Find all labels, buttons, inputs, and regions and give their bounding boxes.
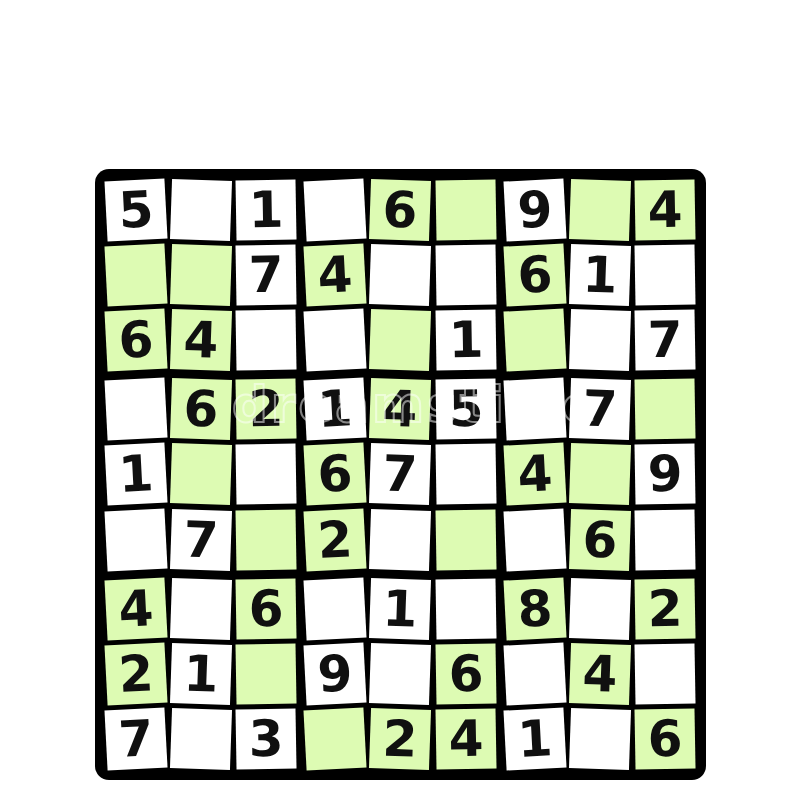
cell-r9c4[interactable] bbox=[304, 707, 367, 770]
cell-r7c6[interactable] bbox=[435, 578, 496, 639]
cell-r8c8[interactable]: 4 bbox=[569, 643, 631, 705]
cell-r6c7[interactable] bbox=[503, 508, 566, 571]
cell-r1c7[interactable]: 9 bbox=[503, 178, 566, 241]
cell-r1c8[interactable] bbox=[569, 179, 631, 241]
cell-r7c2[interactable] bbox=[170, 578, 232, 640]
sudoku-board: 5176464194617621714567274964621731962482… bbox=[95, 169, 706, 780]
cell-r1c5[interactable]: 6 bbox=[369, 179, 431, 241]
cell-r2c9[interactable] bbox=[634, 245, 695, 306]
cell-r9c2[interactable] bbox=[170, 708, 232, 770]
cell-r9c3[interactable]: 3 bbox=[236, 708, 297, 769]
cell-r7c1[interactable]: 4 bbox=[104, 577, 167, 640]
cell-r1c6[interactable] bbox=[435, 179, 496, 240]
cell-r3c7[interactable] bbox=[503, 309, 566, 372]
cell-r4c4[interactable]: 1 bbox=[304, 378, 367, 441]
cell-r5c5[interactable]: 7 bbox=[369, 443, 431, 505]
cell-r5c8[interactable] bbox=[569, 443, 631, 505]
cell-r2c2[interactable] bbox=[170, 244, 232, 306]
cell-r9c8[interactable] bbox=[569, 708, 631, 770]
cell-r4c7[interactable] bbox=[503, 378, 566, 441]
cell-r9c5[interactable]: 2 bbox=[369, 708, 431, 770]
cell-r4c3[interactable]: 2 bbox=[236, 379, 297, 440]
cell-r9c9[interactable]: 6 bbox=[634, 708, 695, 769]
cell-r1c9[interactable]: 4 bbox=[634, 179, 695, 240]
cell-r5c3[interactable] bbox=[236, 444, 297, 505]
cell-r2c8[interactable]: 1 bbox=[569, 244, 631, 306]
cell-r1c4[interactable] bbox=[304, 178, 367, 241]
cell-r4c9[interactable] bbox=[634, 379, 695, 440]
cell-r7c8[interactable] bbox=[569, 578, 631, 640]
cell-r3c3[interactable] bbox=[236, 310, 297, 371]
cell-r2c3[interactable]: 7 bbox=[236, 245, 297, 306]
cell-r8c5[interactable] bbox=[369, 643, 431, 705]
page-canvas: 5176464194617621714567274964621731962482… bbox=[0, 0, 800, 800]
box-8: 19624 bbox=[305, 579, 495, 769]
cell-r5c1[interactable]: 1 bbox=[104, 443, 167, 506]
cell-r8c1[interactable]: 2 bbox=[104, 642, 167, 705]
box-6: 7496 bbox=[505, 379, 695, 569]
box-7: 462173 bbox=[106, 579, 296, 769]
cell-r4c5[interactable]: 4 bbox=[369, 378, 431, 440]
cell-r4c1[interactable] bbox=[104, 378, 167, 441]
cell-r3c4[interactable] bbox=[304, 309, 367, 372]
cell-r6c4[interactable]: 2 bbox=[304, 508, 367, 571]
box-2: 641 bbox=[305, 180, 495, 370]
cell-r8c4[interactable]: 9 bbox=[304, 642, 367, 705]
cell-r4c8[interactable]: 7 bbox=[569, 378, 631, 440]
cell-r3c6[interactable]: 1 bbox=[435, 310, 496, 371]
cell-r1c1[interactable]: 5 bbox=[104, 178, 167, 241]
cell-r6c8[interactable]: 6 bbox=[569, 509, 631, 571]
cell-r7c3[interactable]: 6 bbox=[236, 578, 297, 639]
cell-r3c8[interactable] bbox=[569, 309, 631, 371]
box-4: 6217 bbox=[106, 379, 296, 569]
cell-r5c6[interactable] bbox=[435, 444, 496, 505]
cell-r8c9[interactable] bbox=[634, 643, 695, 704]
box-1: 51764 bbox=[106, 180, 296, 370]
cell-r5c7[interactable]: 4 bbox=[503, 443, 566, 506]
cell-r5c9[interactable]: 9 bbox=[634, 444, 695, 505]
cell-r6c2[interactable]: 7 bbox=[170, 509, 232, 571]
cell-r6c3[interactable] bbox=[236, 509, 297, 570]
cell-r8c6[interactable]: 6 bbox=[435, 643, 496, 704]
cell-r4c6[interactable]: 5 bbox=[435, 379, 496, 440]
cell-r3c1[interactable]: 6 bbox=[104, 309, 167, 372]
cell-r2c7[interactable]: 6 bbox=[503, 244, 566, 307]
cell-r2c6[interactable] bbox=[435, 245, 496, 306]
cell-r5c4[interactable]: 6 bbox=[304, 443, 367, 506]
cell-r6c6[interactable] bbox=[435, 509, 496, 570]
cell-r7c5[interactable]: 1 bbox=[369, 578, 431, 640]
cell-r7c7[interactable]: 8 bbox=[503, 577, 566, 640]
cell-r9c7[interactable]: 1 bbox=[503, 707, 566, 770]
cell-r9c1[interactable]: 7 bbox=[104, 707, 167, 770]
cell-r7c4[interactable] bbox=[304, 577, 367, 640]
cell-r8c3[interactable] bbox=[236, 643, 297, 704]
cell-r3c9[interactable]: 7 bbox=[634, 310, 695, 371]
cell-r4c2[interactable]: 6 bbox=[170, 378, 232, 440]
cell-r1c3[interactable]: 1 bbox=[236, 179, 297, 240]
cell-r5c2[interactable] bbox=[170, 443, 232, 505]
cell-r9c6[interactable]: 4 bbox=[435, 708, 496, 769]
cell-r8c7[interactable] bbox=[503, 642, 566, 705]
cell-r2c1[interactable] bbox=[104, 244, 167, 307]
box-9: 82416 bbox=[505, 579, 695, 769]
cell-r7c9[interactable]: 2 bbox=[634, 578, 695, 639]
cell-r8c2[interactable]: 1 bbox=[170, 643, 232, 705]
cell-r3c2[interactable]: 4 bbox=[170, 309, 232, 371]
cell-r3c5[interactable] bbox=[369, 309, 431, 371]
cell-r6c1[interactable] bbox=[104, 508, 167, 571]
cell-r1c2[interactable] bbox=[170, 179, 232, 241]
cell-r2c5[interactable] bbox=[369, 244, 431, 306]
box-3: 94617 bbox=[505, 180, 695, 370]
cell-r6c9[interactable] bbox=[634, 509, 695, 570]
cell-r6c5[interactable] bbox=[369, 509, 431, 571]
box-5: 145672 bbox=[305, 379, 495, 569]
cell-r2c4[interactable]: 4 bbox=[304, 244, 367, 307]
